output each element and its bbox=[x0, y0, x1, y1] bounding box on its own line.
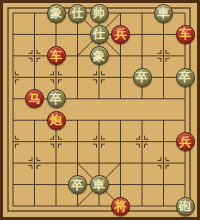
piece-black-soldier[interactable]: 卒 bbox=[133, 68, 152, 87]
piece-red-chariot[interactable]: 车 bbox=[47, 46, 66, 65]
piece-black-soldier[interactable]: 卒 bbox=[68, 175, 87, 194]
piece-black-soldier[interactable]: 卒 bbox=[176, 68, 195, 87]
pieces-layer: 象仕帅車仕兵车车象卒卒马卒炮兵卒車将砲 bbox=[0, 0, 200, 220]
piece-black-chariot[interactable]: 車 bbox=[90, 175, 109, 194]
piece-black-advisor[interactable]: 仕 bbox=[68, 4, 87, 23]
piece-black-general[interactable]: 帅 bbox=[90, 4, 109, 23]
piece-red-soldier[interactable]: 兵 bbox=[176, 132, 195, 151]
piece-red-general[interactable]: 将 bbox=[111, 197, 130, 216]
piece-black-chariot[interactable]: 車 bbox=[154, 4, 173, 23]
piece-black-elephant[interactable]: 象 bbox=[90, 46, 109, 65]
piece-black-soldier[interactable]: 卒 bbox=[47, 89, 66, 108]
piece-black-advisor[interactable]: 仕 bbox=[90, 25, 109, 44]
piece-red-horse[interactable]: 马 bbox=[25, 89, 44, 108]
piece-red-soldier[interactable]: 兵 bbox=[111, 25, 130, 44]
xiangqi-board: 象仕帅車仕兵车车象卒卒马卒炮兵卒車将砲 bbox=[0, 0, 200, 220]
piece-black-elephant[interactable]: 象 bbox=[47, 4, 66, 23]
piece-black-cannon[interactable]: 砲 bbox=[176, 197, 195, 216]
piece-red-cannon[interactable]: 炮 bbox=[47, 111, 66, 130]
piece-red-chariot[interactable]: 车 bbox=[176, 25, 195, 44]
